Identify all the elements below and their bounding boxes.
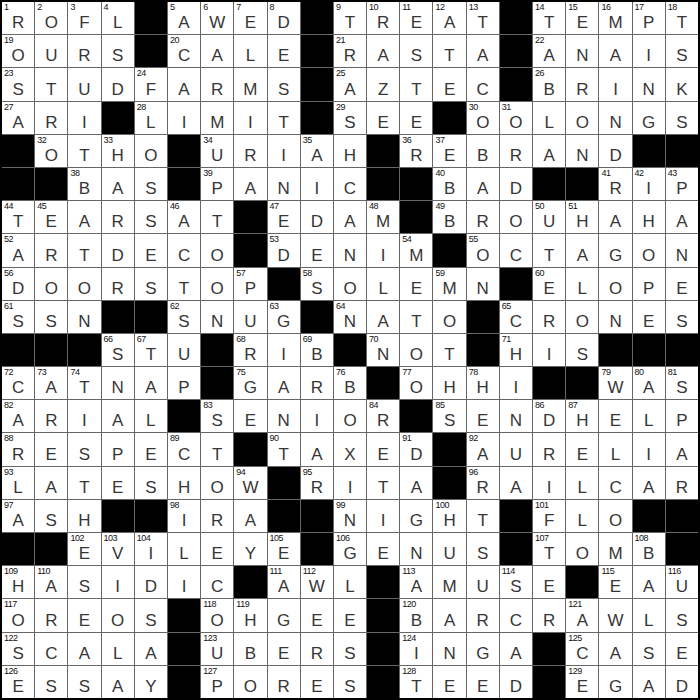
cell-r4c19[interactable]: N	[599, 102, 631, 134]
cell-r1c6[interactable]: 5A	[168, 2, 200, 34]
cell-r19c11[interactable]: E	[334, 599, 366, 631]
cell-r19c8[interactable]: 119H	[234, 599, 266, 631]
cell-r4c3[interactable]: I	[68, 102, 100, 134]
cell-r14c5[interactable]: E	[135, 433, 167, 465]
cell-r3c7[interactable]: R	[201, 68, 233, 100]
cell-r12c8[interactable]: 75G	[234, 367, 266, 399]
cell-r5c18[interactable]: N	[566, 135, 598, 167]
cell-r14c16[interactable]: U	[500, 433, 532, 465]
cell-r19c19[interactable]: W	[599, 599, 631, 631]
cell-r4c16[interactable]: 31O	[500, 102, 532, 134]
cell-r20c18[interactable]: 125C	[566, 633, 598, 665]
cell-r6c5[interactable]: S	[135, 168, 167, 200]
cell-r2c19[interactable]: A	[599, 35, 631, 67]
cell-r10c6[interactable]: 62S	[168, 301, 200, 333]
cell-r15c20[interactable]: A	[633, 467, 665, 499]
cell-r15c2[interactable]: A	[35, 467, 67, 499]
cell-r11c13[interactable]: O	[400, 334, 432, 366]
cell-r1c19[interactable]: 16M	[599, 2, 631, 34]
cell-r16c7[interactable]: R	[201, 500, 233, 532]
cell-r5c8[interactable]: R	[234, 135, 266, 167]
cell-r1c21[interactable]: 18T	[666, 2, 698, 34]
cell-r4c18[interactable]: O	[566, 102, 598, 134]
cell-r17c7[interactable]: E	[201, 533, 233, 565]
cell-r14c7[interactable]: T	[201, 433, 233, 465]
cell-r5c19[interactable]: D	[599, 135, 631, 167]
cell-r2c1[interactable]: 19O	[2, 35, 34, 67]
cell-r8c18[interactable]: A	[566, 234, 598, 266]
cell-r16c14[interactable]: 100H	[433, 500, 465, 532]
cell-r17c8[interactable]: Y	[234, 533, 266, 565]
cell-r10c20[interactable]: E	[633, 301, 665, 333]
cell-r16c18[interactable]: L	[566, 500, 598, 532]
cell-r7c5[interactable]: S	[135, 201, 167, 233]
cell-r2c21[interactable]: S	[666, 35, 698, 67]
cell-r4c6[interactable]: I	[168, 102, 200, 134]
cell-r1c11[interactable]: 9T	[334, 2, 366, 34]
cell-r8c21[interactable]: N	[666, 234, 698, 266]
cell-r13c17[interactable]: 86D	[533, 400, 565, 432]
cell-r10c14[interactable]: O	[433, 301, 465, 333]
cell-r5c5[interactable]: O	[135, 135, 167, 167]
cell-r3c6[interactable]: A	[168, 68, 200, 100]
cell-r17c9[interactable]: 105E	[268, 533, 300, 565]
cell-r12c10[interactable]: R	[301, 367, 333, 399]
cell-r1c17[interactable]: 14T	[533, 2, 565, 34]
cell-r4c2[interactable]: R	[35, 102, 67, 134]
cell-r10c18[interactable]: O	[566, 301, 598, 333]
cell-r3c12[interactable]: Z	[367, 68, 399, 100]
cell-r9c17[interactable]: 60E	[533, 268, 565, 300]
cell-r19c10[interactable]: E	[301, 599, 333, 631]
cell-r21c4[interactable]: A	[102, 666, 134, 698]
cell-r9c1[interactable]: 56D	[2, 268, 34, 300]
cell-r20c13[interactable]: 124I	[400, 633, 432, 665]
cell-r10c12[interactable]: A	[367, 301, 399, 333]
cell-r3c5[interactable]: 24F	[135, 68, 167, 100]
cell-r8c3[interactable]: T	[68, 234, 100, 266]
cell-r13c10[interactable]: I	[301, 400, 333, 432]
cell-r17c5[interactable]: 104I	[135, 533, 167, 565]
cell-r3c13[interactable]: T	[400, 68, 432, 100]
cell-r10c11[interactable]: 64N	[334, 301, 366, 333]
cell-r8c6[interactable]: C	[168, 234, 200, 266]
cell-r13c12[interactable]: 84R	[367, 400, 399, 432]
cell-r5c4[interactable]: 33H	[102, 135, 134, 167]
cell-r13c2[interactable]: R	[35, 400, 67, 432]
cell-r19c16[interactable]: C	[500, 599, 532, 631]
cell-r2c12[interactable]: A	[367, 35, 399, 67]
cell-r7c2[interactable]: 45E	[35, 201, 67, 233]
cell-r15c13[interactable]: A	[400, 467, 432, 499]
cell-r7c6[interactable]: 46A	[168, 201, 200, 233]
cell-r15c11[interactable]: I	[334, 467, 366, 499]
cell-r21c20[interactable]: A	[633, 666, 665, 698]
cell-r9c7[interactable]: O	[201, 268, 233, 300]
cell-r14c6[interactable]: 89C	[168, 433, 200, 465]
cell-r12c6[interactable]: P	[168, 367, 200, 399]
cell-r5c13[interactable]: 36R	[400, 135, 432, 167]
cell-r10c21[interactable]: S	[666, 301, 698, 333]
cell-r5c10[interactable]: 35A	[301, 135, 333, 167]
cell-r17c3[interactable]: 102E	[68, 533, 100, 565]
cell-r15c8[interactable]: 94W	[234, 467, 266, 499]
cell-r1c18[interactable]: 15E	[566, 2, 598, 34]
cell-r20c9[interactable]: E	[268, 633, 300, 665]
cell-r19c2[interactable]: R	[35, 599, 67, 631]
cell-r15c10[interactable]: 95R	[301, 467, 333, 499]
cell-r2c17[interactable]: 22A	[533, 35, 565, 67]
cell-r21c9[interactable]: R	[268, 666, 300, 698]
cell-r16c13[interactable]: G	[400, 500, 432, 532]
cell-r20c11[interactable]: S	[334, 633, 366, 665]
cell-r8c13[interactable]: 54M	[400, 234, 432, 266]
cell-r12c19[interactable]: 79W	[599, 367, 631, 399]
cell-r15c17[interactable]: I	[533, 467, 565, 499]
cell-r7c17[interactable]: 50U	[533, 201, 565, 233]
cell-r4c15[interactable]: 30O	[467, 102, 499, 134]
cell-r20c4[interactable]: L	[102, 633, 134, 665]
cell-r11c4[interactable]: 66S	[102, 334, 134, 366]
cell-r15c15[interactable]: 96R	[467, 467, 499, 499]
cell-r17c15[interactable]: S	[467, 533, 499, 565]
cell-r7c20[interactable]: H	[633, 201, 665, 233]
cell-r8c4[interactable]: D	[102, 234, 134, 266]
cell-r3c17[interactable]: 26B	[533, 68, 565, 100]
cell-r21c2[interactable]: S	[35, 666, 67, 698]
cell-r10c1[interactable]: 61S	[2, 301, 34, 333]
cell-r13c19[interactable]: E	[599, 400, 631, 432]
cell-r6c9[interactable]: N	[268, 168, 300, 200]
cell-r5c2[interactable]: 32O	[35, 135, 67, 167]
cell-r7c15[interactable]: R	[467, 201, 499, 233]
cell-r1c1[interactable]: 1R	[2, 2, 34, 34]
cell-r21c14[interactable]: E	[433, 666, 465, 698]
cell-r9c2[interactable]: O	[35, 268, 67, 300]
cell-r15c16[interactable]: A	[500, 467, 532, 499]
cell-r21c19[interactable]: G	[599, 666, 631, 698]
cell-r9c11[interactable]: O	[334, 268, 366, 300]
cell-r20c19[interactable]: A	[599, 633, 631, 665]
cell-r2c3[interactable]: R	[68, 35, 100, 67]
cell-r12c9[interactable]: A	[268, 367, 300, 399]
cell-r3c1[interactable]: 23S	[2, 68, 34, 100]
cell-r2c18[interactable]: N	[566, 35, 598, 67]
cell-r18c15[interactable]: U	[467, 566, 499, 598]
cell-r7c1[interactable]: 44T	[2, 201, 34, 233]
cell-r15c19[interactable]: C	[599, 467, 631, 499]
cell-r16c1[interactable]: 97A	[2, 500, 34, 532]
cell-r17c20[interactable]: 108B	[633, 533, 665, 565]
cell-r21c11[interactable]: S	[334, 666, 366, 698]
cell-r10c3[interactable]: N	[68, 301, 100, 333]
cell-r19c4[interactable]: O	[102, 599, 134, 631]
cell-r8c7[interactable]: O	[201, 234, 233, 266]
cell-r5c14[interactable]: 37E	[433, 135, 465, 167]
cell-r21c8[interactable]: O	[234, 666, 266, 698]
cell-r21c18[interactable]: 129E	[566, 666, 598, 698]
cell-r14c10[interactable]: A	[301, 433, 333, 465]
cell-r12c20[interactable]: 80A	[633, 367, 665, 399]
cell-r12c21[interactable]: 81S	[666, 367, 698, 399]
cell-r19c9[interactable]: G	[268, 599, 300, 631]
cell-r14c21[interactable]: A	[666, 433, 698, 465]
cell-r18c2[interactable]: 110A	[35, 566, 67, 598]
cell-r16c6[interactable]: 98I	[168, 500, 200, 532]
cell-r18c5[interactable]: D	[135, 566, 167, 598]
cell-r16c8[interactable]: A	[234, 500, 266, 532]
cell-r20c21[interactable]: E	[666, 633, 698, 665]
cell-r4c12[interactable]: E	[367, 102, 399, 134]
cell-r17c17[interactable]: 107T	[533, 533, 565, 565]
cell-r8c10[interactable]: E	[301, 234, 333, 266]
cell-r12c16[interactable]: I	[500, 367, 532, 399]
cell-r3c19[interactable]: I	[599, 68, 631, 100]
cell-r3c21[interactable]: K	[666, 68, 698, 100]
cell-r11c14[interactable]: T	[433, 334, 465, 366]
cell-r13c16[interactable]: N	[500, 400, 532, 432]
cell-r1c14[interactable]: 12A	[433, 2, 465, 34]
cell-r14c12[interactable]: E	[367, 433, 399, 465]
cell-r11c8[interactable]: 68R	[234, 334, 266, 366]
cell-r15c4[interactable]: E	[102, 467, 134, 499]
cell-r5c15[interactable]: B	[467, 135, 499, 167]
cell-r9c18[interactable]: L	[566, 268, 598, 300]
cell-r18c4[interactable]: I	[102, 566, 134, 598]
cell-r3c3[interactable]: U	[68, 68, 100, 100]
cell-r15c1[interactable]: 93L	[2, 467, 34, 499]
cell-r19c1[interactable]: 117O	[2, 599, 34, 631]
cell-r18c10[interactable]: 112W	[301, 566, 333, 598]
cell-r1c4[interactable]: 4L	[102, 2, 134, 34]
cell-r17c13[interactable]: N	[400, 533, 432, 565]
cell-r11c9[interactable]: I	[268, 334, 300, 366]
cell-r9c13[interactable]: E	[400, 268, 432, 300]
cell-r18c1[interactable]: 109H	[2, 566, 34, 598]
cell-r16c12[interactable]: I	[367, 500, 399, 532]
cell-r2c2[interactable]: U	[35, 35, 67, 67]
cell-r20c16[interactable]: A	[500, 633, 532, 665]
cell-r17c6[interactable]: L	[168, 533, 200, 565]
cell-r5c3[interactable]: T	[68, 135, 100, 167]
cell-r4c9[interactable]: T	[268, 102, 300, 134]
cell-r4c1[interactable]: 27A	[2, 102, 34, 134]
cell-r14c13[interactable]: 91D	[400, 433, 432, 465]
cell-r19c14[interactable]: A	[433, 599, 465, 631]
cell-r16c3[interactable]: H	[68, 500, 100, 532]
cell-r1c2[interactable]: 2O	[35, 2, 67, 34]
cell-r17c4[interactable]: 103V	[102, 533, 134, 565]
cell-r13c21[interactable]: P	[666, 400, 698, 432]
cell-r19c7[interactable]: 118O	[201, 599, 233, 631]
cell-r12c14[interactable]: H	[433, 367, 465, 399]
cell-r19c17[interactable]: R	[533, 599, 565, 631]
cell-r9c6[interactable]: T	[168, 268, 200, 300]
cell-r11c5[interactable]: 67T	[135, 334, 167, 366]
cell-r14c9[interactable]: 90T	[268, 433, 300, 465]
cell-r10c19[interactable]: N	[599, 301, 631, 333]
cell-r14c17[interactable]: R	[533, 433, 565, 465]
cell-r18c9[interactable]: 111A	[268, 566, 300, 598]
cell-r8c20[interactable]: O	[633, 234, 665, 266]
cell-r16c15[interactable]: T	[467, 500, 499, 532]
cell-r6c21[interactable]: 43P	[666, 168, 698, 200]
cell-r2c6[interactable]: 20C	[168, 35, 200, 67]
cell-r3c8[interactable]: M	[234, 68, 266, 100]
cell-r18c20[interactable]: A	[633, 566, 665, 598]
cell-r10c7[interactable]: N	[201, 301, 233, 333]
cell-r10c9[interactable]: 63G	[268, 301, 300, 333]
cell-r13c20[interactable]: L	[633, 400, 665, 432]
cell-r15c21[interactable]: R	[666, 467, 698, 499]
cell-r4c5[interactable]: 28L	[135, 102, 167, 134]
cell-r3c11[interactable]: 25A	[334, 68, 366, 100]
cell-r10c16[interactable]: 65C	[500, 301, 532, 333]
cell-r12c13[interactable]: 77O	[400, 367, 432, 399]
cell-r1c3[interactable]: 3F	[68, 2, 100, 34]
cell-r9c19[interactable]: O	[599, 268, 631, 300]
cell-r19c13[interactable]: 120B	[400, 599, 432, 631]
cell-r16c2[interactable]: S	[35, 500, 67, 532]
cell-r18c19[interactable]: 115E	[599, 566, 631, 598]
cell-r13c1[interactable]: 82A	[2, 400, 34, 432]
cell-r10c17[interactable]: R	[533, 301, 565, 333]
cell-r9c5[interactable]: S	[135, 268, 167, 300]
cell-r21c13[interactable]: 128T	[400, 666, 432, 698]
cell-r21c10[interactable]: E	[301, 666, 333, 698]
cell-r14c20[interactable]: I	[633, 433, 665, 465]
cell-r1c12[interactable]: 10R	[367, 2, 399, 34]
cell-r20c15[interactable]: G	[467, 633, 499, 665]
cell-r14c1[interactable]: 88R	[2, 433, 34, 465]
cell-r14c3[interactable]: S	[68, 433, 100, 465]
cell-r7c21[interactable]: A	[666, 201, 698, 233]
cell-r2c15[interactable]: A	[467, 35, 499, 67]
cell-r5c17[interactable]: A	[533, 135, 565, 167]
cell-r8c16[interactable]: C	[500, 234, 532, 266]
cell-r5c7[interactable]: 34U	[201, 135, 233, 167]
cell-r3c15[interactable]: C	[467, 68, 499, 100]
cell-r21c3[interactable]: S	[68, 666, 100, 698]
cell-r17c12[interactable]: E	[367, 533, 399, 565]
cell-r20c10[interactable]: R	[301, 633, 333, 665]
cell-r18c16[interactable]: 114S	[500, 566, 532, 598]
cell-r15c5[interactable]: S	[135, 467, 167, 499]
cell-r20c7[interactable]: 123U	[201, 633, 233, 665]
cell-r1c9[interactable]: 8D	[268, 2, 300, 34]
cell-r9c14[interactable]: 59M	[433, 268, 465, 300]
cell-r6c19[interactable]: 41R	[599, 168, 631, 200]
cell-r13c14[interactable]: 85S	[433, 400, 465, 432]
cell-r7c19[interactable]: A	[599, 201, 631, 233]
cell-r6c14[interactable]: 40B	[433, 168, 465, 200]
cell-r6c20[interactable]: 42I	[633, 168, 665, 200]
cell-r8c1[interactable]: 52A	[2, 234, 34, 266]
cell-r1c13[interactable]: 11E	[400, 2, 432, 34]
cell-r16c11[interactable]: 99N	[334, 500, 366, 532]
cell-r7c7[interactable]: T	[201, 201, 233, 233]
cell-r8c12[interactable]: I	[367, 234, 399, 266]
cell-r9c20[interactable]: P	[633, 268, 665, 300]
cell-r13c7[interactable]: 83S	[201, 400, 233, 432]
cell-r17c11[interactable]: 106G	[334, 533, 366, 565]
cell-r12c3[interactable]: 74T	[68, 367, 100, 399]
cell-r14c4[interactable]: P	[102, 433, 134, 465]
cell-r7c9[interactable]: 47E	[268, 201, 300, 233]
cell-r11c16[interactable]: 71H	[500, 334, 532, 366]
cell-r9c15[interactable]: N	[467, 268, 499, 300]
cell-r18c21[interactable]: 116U	[666, 566, 698, 598]
cell-r13c9[interactable]: N	[268, 400, 300, 432]
cell-r3c18[interactable]: R	[566, 68, 598, 100]
cell-r20c2[interactable]: C	[35, 633, 67, 665]
cell-r12c1[interactable]: 72C	[2, 367, 34, 399]
cell-r7c3[interactable]: A	[68, 201, 100, 233]
cell-r3c4[interactable]: D	[102, 68, 134, 100]
cell-r4c8[interactable]: I	[234, 102, 266, 134]
cell-r4c21[interactable]: S	[666, 102, 698, 134]
cell-r14c18[interactable]: E	[566, 433, 598, 465]
cell-r21c15[interactable]: E	[467, 666, 499, 698]
cell-r14c2[interactable]: E	[35, 433, 67, 465]
cell-r5c11[interactable]: H	[334, 135, 366, 167]
cell-r8c19[interactable]: G	[599, 234, 631, 266]
cell-r18c7[interactable]: C	[201, 566, 233, 598]
cell-r6c7[interactable]: 39P	[201, 168, 233, 200]
cell-r13c15[interactable]: E	[467, 400, 499, 432]
cell-r13c18[interactable]: 87H	[566, 400, 598, 432]
cell-r19c21[interactable]: S	[666, 599, 698, 631]
cell-r7c12[interactable]: 48M	[367, 201, 399, 233]
cell-r3c2[interactable]: T	[35, 68, 67, 100]
cell-r14c11[interactable]: X	[334, 433, 366, 465]
cell-r20c3[interactable]: A	[68, 633, 100, 665]
cell-r20c1[interactable]: 122S	[2, 633, 34, 665]
cell-r3c20[interactable]: N	[633, 68, 665, 100]
cell-r5c9[interactable]: I	[268, 135, 300, 167]
cell-r18c6[interactable]: I	[168, 566, 200, 598]
cell-r13c4[interactable]: A	[102, 400, 134, 432]
cell-r16c19[interactable]: O	[599, 500, 631, 532]
cell-r19c15[interactable]: R	[467, 599, 499, 631]
cell-r8c5[interactable]: E	[135, 234, 167, 266]
cell-r11c10[interactable]: 69B	[301, 334, 333, 366]
cell-r15c3[interactable]: T	[68, 467, 100, 499]
cell-r11c17[interactable]: I	[533, 334, 565, 366]
cell-r21c21[interactable]: D	[666, 666, 698, 698]
cell-r8c11[interactable]: N	[334, 234, 366, 266]
cell-r12c5[interactable]: A	[135, 367, 167, 399]
cell-r2c4[interactable]: S	[102, 35, 134, 67]
cell-r5c16[interactable]: R	[500, 135, 532, 167]
cell-r18c14[interactable]: M	[433, 566, 465, 598]
cell-r20c14[interactable]: N	[433, 633, 465, 665]
cell-r7c10[interactable]: D	[301, 201, 333, 233]
cell-r18c3[interactable]: S	[68, 566, 100, 598]
cell-r21c1[interactable]: 126E	[2, 666, 34, 698]
cell-r12c2[interactable]: 73A	[35, 367, 67, 399]
cell-r12c11[interactable]: 76B	[334, 367, 366, 399]
cell-r17c19[interactable]: M	[599, 533, 631, 565]
cell-r16c17[interactable]: 101F	[533, 500, 565, 532]
cell-r20c20[interactable]: S	[633, 633, 665, 665]
cell-r12c15[interactable]: 78H	[467, 367, 499, 399]
cell-r1c7[interactable]: 6W	[201, 2, 233, 34]
cell-r13c8[interactable]: E	[234, 400, 266, 432]
cell-r15c7[interactable]: O	[201, 467, 233, 499]
cell-r8c15[interactable]: 55O	[467, 234, 499, 266]
cell-r2c11[interactable]: 21R	[334, 35, 366, 67]
